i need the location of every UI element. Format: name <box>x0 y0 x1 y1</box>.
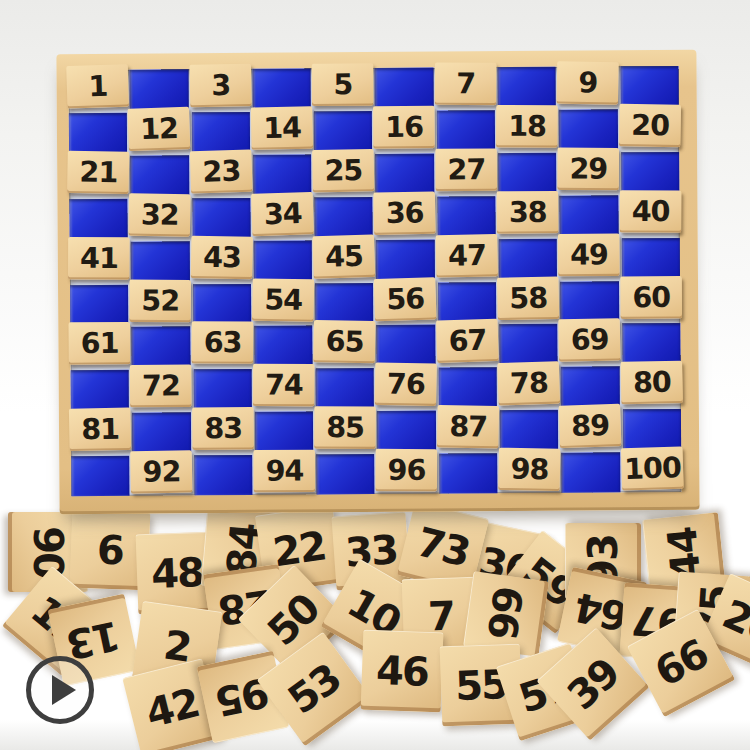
board-slot-empty <box>375 68 434 108</box>
board-tile-49[interactable]: 49 <box>558 233 620 276</box>
tile-number: 96 <box>388 456 426 485</box>
tile-number: 48 <box>150 552 203 594</box>
board-slot-empty <box>438 367 497 407</box>
tile-number: 63 <box>203 328 241 357</box>
board-tile-34[interactable]: 34 <box>251 192 314 236</box>
tile-number: 16 <box>386 113 424 142</box>
tile-number: 21 <box>79 157 117 186</box>
board-tile-45[interactable]: 45 <box>313 234 376 278</box>
board-tile-21[interactable]: 21 <box>67 150 130 193</box>
tile-number: 1 <box>88 72 108 101</box>
board-slot-empty <box>130 69 189 109</box>
board-slot-empty <box>254 240 313 280</box>
board-slot-empty <box>377 411 436 451</box>
board-tile-69[interactable]: 69 <box>559 319 622 362</box>
tile-number: 66 <box>649 633 713 693</box>
tile-number: 98 <box>510 455 548 484</box>
tile-number: 56 <box>386 284 425 314</box>
tile-number: 52 <box>142 286 180 315</box>
tile-number: 94 <box>265 457 303 486</box>
board-tile-98[interactable]: 98 <box>498 448 561 491</box>
board-tile-83[interactable]: 83 <box>192 407 254 450</box>
tile-number: 61 <box>81 329 119 358</box>
board-slot-empty <box>559 109 618 149</box>
tile-number: 38 <box>509 198 547 227</box>
tile-number: 7 <box>456 69 475 98</box>
board-slot-empty <box>376 153 435 193</box>
tile-number: 87 <box>449 412 487 441</box>
board-slot-empty <box>69 113 128 153</box>
tile-number: 80 <box>632 368 670 397</box>
board-tile-65[interactable]: 65 <box>313 320 376 363</box>
board-tile-43[interactable]: 43 <box>190 235 253 278</box>
board-slot-empty <box>192 198 251 238</box>
board-tile-20[interactable]: 20 <box>618 104 681 147</box>
tile-number: 20 <box>631 111 669 140</box>
board-slot-empty <box>438 282 497 322</box>
board-tile-67[interactable]: 67 <box>436 319 499 363</box>
board-tile-41[interactable]: 41 <box>68 237 130 280</box>
play-icon <box>52 675 76 705</box>
tile-number: 26 <box>717 593 750 651</box>
tile-number: 54 <box>264 285 302 314</box>
board-slot-empty <box>623 409 682 449</box>
board-slot-empty <box>500 410 559 450</box>
board-slot-empty <box>316 454 375 494</box>
tile-number: 34 <box>263 199 302 229</box>
board-tile-18[interactable]: 18 <box>496 105 558 148</box>
board-tile-12[interactable]: 12 <box>128 107 191 151</box>
tile-number: 32 <box>141 200 179 229</box>
board-tile-89[interactable]: 89 <box>559 404 622 448</box>
board-tile-92[interactable]: 92 <box>130 450 193 493</box>
tile-number: 46 <box>375 650 428 692</box>
tile-number: 83 <box>204 414 242 443</box>
board-tile-63[interactable]: 63 <box>191 322 253 365</box>
board-tile-5[interactable]: 5 <box>312 63 374 106</box>
board-tile-96[interactable]: 96 <box>376 449 438 492</box>
board-slot-empty <box>560 281 619 321</box>
board-slot-empty <box>439 453 498 493</box>
board-slot-empty <box>131 241 190 281</box>
board-tile-52[interactable]: 52 <box>130 279 192 322</box>
board-slot-empty <box>499 238 558 278</box>
board-tile-56[interactable]: 56 <box>374 277 437 321</box>
board-tile-3[interactable]: 3 <box>189 64 252 107</box>
board-tile-61[interactable]: 61 <box>69 322 131 365</box>
tile-number: 25 <box>324 156 362 185</box>
tile-number: 9 <box>578 68 597 97</box>
board-slot-empty <box>314 111 373 151</box>
board-slot-empty <box>377 325 436 365</box>
board-slot-empty <box>71 370 130 410</box>
board-slot-empty <box>437 110 496 150</box>
tile-number: 43 <box>202 242 240 271</box>
tile-number: 60 <box>632 283 670 312</box>
board-tile-54[interactable]: 54 <box>252 278 315 321</box>
tile-number: 14 <box>263 113 301 142</box>
tile-number: 100 <box>623 453 680 483</box>
board-slot-empty <box>191 112 250 152</box>
board-tile-87[interactable]: 87 <box>437 405 500 448</box>
board-tile-72[interactable]: 72 <box>130 365 192 408</box>
board-slot-empty <box>498 67 557 107</box>
board-tile-38[interactable]: 38 <box>497 191 559 234</box>
board-tile-58[interactable]: 58 <box>497 276 560 319</box>
tile-number: 81 <box>81 415 119 444</box>
board-slot-empty <box>315 283 374 323</box>
board-slot-empty <box>621 152 680 192</box>
tile-number: 29 <box>570 154 608 183</box>
tile-number: 3 <box>211 71 230 100</box>
board-slot-empty <box>499 324 558 364</box>
board-tile-74[interactable]: 74 <box>253 364 315 407</box>
board-tile-1[interactable]: 1 <box>66 64 129 108</box>
board-slot-empty <box>620 66 679 106</box>
tile-number: 74 <box>265 371 303 400</box>
tile-number: 23 <box>202 156 241 186</box>
board-slot-empty <box>622 323 681 363</box>
tile-number: 41 <box>80 243 118 272</box>
tile-number: 7 <box>427 596 454 637</box>
board-slot-empty <box>71 456 130 496</box>
tile-number: 47 <box>448 241 486 270</box>
tile-number: 53 <box>281 658 346 721</box>
board-tile-94[interactable]: 94 <box>253 450 315 493</box>
board-slot-empty <box>255 412 314 452</box>
board-tile-80[interactable]: 80 <box>620 361 683 404</box>
board-slot-empty <box>315 197 374 237</box>
board-slot-empty <box>193 369 252 409</box>
board-tile-85[interactable]: 85 <box>314 406 376 449</box>
board-slot-empty <box>254 326 313 366</box>
board-slot-empty <box>498 153 557 193</box>
board-slot-empty <box>194 455 253 495</box>
tile-number: 27 <box>447 155 485 184</box>
board-tile-14[interactable]: 14 <box>251 106 314 149</box>
tile-number: 89 <box>571 411 610 441</box>
tile-number: 13 <box>65 615 124 665</box>
board-slot-empty <box>562 452 621 492</box>
board-slot-empty <box>253 154 312 194</box>
tile-number: 40 <box>631 197 669 226</box>
tile-number: 99 <box>483 586 530 643</box>
tile-number: 76 <box>387 370 425 399</box>
loose-tile-46[interactable]: 46 <box>361 630 444 713</box>
board-tile-100[interactable]: 100 <box>621 446 684 490</box>
tile-number: 92 <box>143 457 181 486</box>
board-tile-60[interactable]: 60 <box>620 276 682 319</box>
tile-number: 45 <box>325 241 364 271</box>
board-tile-40[interactable]: 40 <box>619 190 681 233</box>
board-slot-empty <box>621 237 680 277</box>
tile-number: 36 <box>386 198 424 227</box>
board-slot-empty <box>252 68 311 108</box>
tile-number: 6 <box>96 530 123 571</box>
board-slot-empty <box>561 367 620 407</box>
tile-number: 5 <box>333 70 352 99</box>
board-slot-empty <box>70 284 129 324</box>
board-slot-empty <box>132 327 191 367</box>
tile-number: 72 <box>142 372 180 401</box>
tile-number: 69 <box>571 326 609 355</box>
tile-number: 39 <box>560 652 625 716</box>
board-tile-76[interactable]: 76 <box>375 363 438 406</box>
board-slot-empty <box>130 155 189 195</box>
board-tile-47[interactable]: 47 <box>435 234 498 277</box>
tile-number: 12 <box>140 114 179 144</box>
tile-number: 42 <box>142 682 202 733</box>
board-slot-empty <box>69 198 128 238</box>
board-slot-empty <box>437 196 496 236</box>
hundred-board: 1357912141618202123252729323436384041434… <box>56 50 699 514</box>
board-tile-36[interactable]: 36 <box>374 191 437 234</box>
board-tile-32[interactable]: 32 <box>129 193 192 236</box>
board-slot-empty <box>316 368 375 408</box>
board-tile-81[interactable]: 81 <box>69 408 132 451</box>
board-tile-23[interactable]: 23 <box>189 149 252 193</box>
board-tile-16[interactable]: 16 <box>374 106 436 149</box>
board-tile-25[interactable]: 25 <box>312 149 375 192</box>
board-slot-empty <box>560 195 619 235</box>
tile-number: 78 <box>510 369 549 399</box>
board-tile-7[interactable]: 7 <box>435 62 497 105</box>
tile-number: 65 <box>326 327 364 356</box>
board-tile-27[interactable]: 27 <box>435 148 497 191</box>
board-tile-78[interactable]: 78 <box>497 361 560 405</box>
board-slot-empty <box>376 239 435 279</box>
board-tile-29[interactable]: 29 <box>558 147 620 190</box>
play-button[interactable] <box>26 656 94 724</box>
tile-number: 18 <box>508 112 546 141</box>
tile-number: 73 <box>413 521 473 572</box>
tile-number: 58 <box>509 283 547 312</box>
tile-number: 67 <box>448 326 487 356</box>
board-slot-empty <box>193 283 252 323</box>
board-slot-empty <box>132 412 191 452</box>
tile-number: 85 <box>326 413 364 442</box>
tile-number: 49 <box>570 240 608 269</box>
board-tile-9[interactable]: 9 <box>557 61 620 104</box>
tile-number: 22 <box>271 526 328 573</box>
board-grid: 1357912141618202123252729323436384041434… <box>69 66 682 496</box>
